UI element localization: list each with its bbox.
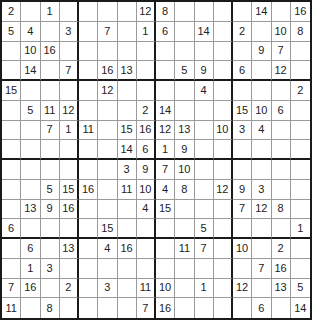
cell-r6c15[interactable]: 6 [272,101,291,121]
cell-r11c12[interactable] [214,200,233,220]
cell-r9c13[interactable] [233,160,252,180]
cell-r7c6[interactable] [98,121,117,141]
cell-r13c7[interactable]: 16 [118,239,137,259]
cell-r9c4[interactable] [60,160,79,180]
cell-r2c8[interactable]: 1 [137,22,156,42]
cell-r2c11[interactable]: 14 [195,22,214,42]
cell-r9c3[interactable] [41,160,60,180]
cell-r12c7[interactable] [118,219,137,239]
cell-r10c11[interactable] [195,180,214,200]
cell-r10c2[interactable] [21,180,40,200]
cell-r7c10[interactable]: 13 [175,121,194,141]
cell-r16c2[interactable] [21,298,40,318]
cell-r5c10[interactable] [175,81,194,101]
cell-r11c3[interactable]: 9 [41,200,60,220]
cell-r13c10[interactable]: 11 [175,239,194,259]
cell-r13c2[interactable]: 6 [21,239,40,259]
cell-r16c16[interactable]: 14 [291,298,310,318]
cell-r15c1[interactable]: 7 [2,279,21,299]
cell-r12c1[interactable]: 6 [2,219,21,239]
cell-r8c1[interactable] [2,140,21,160]
cell-r11c10[interactable] [175,200,194,220]
cell-r1c15[interactable] [272,2,291,22]
cell-r7c1[interactable] [2,121,21,141]
cell-r13c8[interactable] [137,239,156,259]
cell-r4c7[interactable]: 13 [118,61,137,81]
cell-r14c7[interactable] [118,259,137,279]
cell-r15c13[interactable]: 12 [233,279,252,299]
cell-r6c12[interactable] [214,101,233,121]
cell-r2c10[interactable] [175,22,194,42]
cell-r2c2[interactable]: 4 [21,22,40,42]
cell-r6c4[interactable]: 12 [60,101,79,121]
cell-r5c14[interactable] [252,81,271,101]
cell-r14c9[interactable] [156,259,175,279]
cell-r10c14[interactable]: 3 [252,180,271,200]
cell-r12c10[interactable] [175,219,194,239]
cell-r3c11[interactable] [195,42,214,62]
cell-r2c15[interactable]: 10 [272,22,291,42]
cell-r14c15[interactable]: 16 [272,259,291,279]
cell-r4c10[interactable]: 5 [175,61,194,81]
cell-r4c15[interactable]: 12 [272,61,291,81]
cell-r3c1[interactable] [2,42,21,62]
cell-r7c5[interactable]: 11 [79,121,98,141]
cell-r6c2[interactable]: 5 [21,101,40,121]
cell-r13c15[interactable]: 2 [272,239,291,259]
cell-r9c1[interactable] [2,160,21,180]
cell-r14c6[interactable] [98,259,117,279]
cell-r13c12[interactable] [214,239,233,259]
cell-r16c6[interactable] [98,298,117,318]
cell-r1c10[interactable] [175,2,194,22]
cell-r11c11[interactable] [195,200,214,220]
cell-r11c4[interactable]: 16 [60,200,79,220]
cell-r5c7[interactable] [118,81,137,101]
cell-r6c14[interactable]: 10 [252,101,271,121]
cell-r6c11[interactable] [195,101,214,121]
cell-r4c4[interactable]: 7 [60,61,79,81]
cell-r8c16[interactable] [291,140,310,160]
cell-r11c2[interactable]: 13 [21,200,40,220]
cell-r9c7[interactable]: 3 [118,160,137,180]
cell-r1c13[interactable] [233,2,252,22]
sudoku-board: 2112814165437161421081016971471613596121… [0,0,312,320]
cell-r9c8[interactable]: 9 [137,160,156,180]
cell-r13c11[interactable]: 7 [195,239,214,259]
cell-r2c1[interactable]: 5 [2,22,21,42]
cell-r10c16[interactable] [291,180,310,200]
cell-r14c3[interactable]: 3 [41,259,60,279]
cell-r3c2[interactable]: 10 [21,42,40,62]
cell-r3c5[interactable] [79,42,98,62]
cell-r1c14[interactable]: 14 [252,2,271,22]
cell-r16c12[interactable] [214,298,233,318]
cell-r16c14[interactable]: 6 [252,298,271,318]
cell-r8c11[interactable] [195,140,214,160]
cell-r3c13[interactable] [233,42,252,62]
cell-r15c15[interactable]: 13 [272,279,291,299]
cell-r4c5[interactable] [79,61,98,81]
cell-r7c13[interactable]: 3 [233,121,252,141]
cell-r7c9[interactable]: 12 [156,121,175,141]
cell-r15c8[interactable]: 11 [137,279,156,299]
cell-r1c12[interactable] [214,2,233,22]
cell-r4c1[interactable] [2,61,21,81]
cell-r16c1[interactable]: 11 [2,298,21,318]
cell-r14c8[interactable] [137,259,156,279]
cell-r10c9[interactable]: 4 [156,180,175,200]
cell-r3c7[interactable] [118,42,137,62]
cell-r8c12[interactable] [214,140,233,160]
cell-r6c8[interactable]: 2 [137,101,156,121]
cell-r14c4[interactable] [60,259,79,279]
cell-r15c5[interactable] [79,279,98,299]
cell-r2c12[interactable] [214,22,233,42]
cell-r8c7[interactable]: 14 [118,140,137,160]
cell-r12c12[interactable] [214,219,233,239]
cell-r16c7[interactable] [118,298,137,318]
cell-r3c15[interactable]: 7 [272,42,291,62]
cell-r11c16[interactable] [291,200,310,220]
cell-r8c13[interactable] [233,140,252,160]
cell-r16c3[interactable]: 8 [41,298,60,318]
cell-r8c2[interactable] [21,140,40,160]
cell-r7c3[interactable]: 7 [41,121,60,141]
cell-r6c3[interactable]: 11 [41,101,60,121]
cell-r7c12[interactable]: 10 [214,121,233,141]
cell-r7c11[interactable] [195,121,214,141]
cell-r16c10[interactable] [175,298,194,318]
cell-r8c3[interactable] [41,140,60,160]
cell-r10c4[interactable]: 15 [60,180,79,200]
cell-r1c9[interactable]: 8 [156,2,175,22]
cell-r13c4[interactable]: 13 [60,239,79,259]
cell-r16c8[interactable]: 7 [137,298,156,318]
cell-r3c12[interactable] [214,42,233,62]
cell-r1c7[interactable] [118,2,137,22]
cell-r3c4[interactable] [60,42,79,62]
cell-r10c12[interactable]: 12 [214,180,233,200]
cell-r8c8[interactable]: 6 [137,140,156,160]
cell-r15c2[interactable]: 16 [21,279,40,299]
cell-r5c15[interactable] [272,81,291,101]
cell-r9c11[interactable] [195,160,214,180]
cell-r2c9[interactable]: 6 [156,22,175,42]
cell-r6c13[interactable]: 15 [233,101,252,121]
cell-r10c3[interactable]: 5 [41,180,60,200]
cell-r11c1[interactable] [2,200,21,220]
cell-r10c8[interactable]: 10 [137,180,156,200]
cell-r16c15[interactable] [272,298,291,318]
cell-r10c1[interactable] [2,180,21,200]
cell-r10c7[interactable]: 11 [118,180,137,200]
cell-r4c11[interactable]: 9 [195,61,214,81]
cell-r16c5[interactable] [79,298,98,318]
cell-r13c14[interactable] [252,239,271,259]
cell-r15c14[interactable] [252,279,271,299]
cell-r2c14[interactable] [252,22,271,42]
cell-r11c13[interactable]: 7 [233,200,252,220]
cell-r13c1[interactable] [2,239,21,259]
cell-r1c16[interactable]: 16 [291,2,310,22]
cell-r4c12[interactable] [214,61,233,81]
cell-r8c6[interactable] [98,140,117,160]
cell-r12c13[interactable] [233,219,252,239]
cell-r1c4[interactable] [60,2,79,22]
cell-r1c11[interactable] [195,2,214,22]
cell-r3c6[interactable] [98,42,117,62]
cell-r12c15[interactable] [272,219,291,239]
cell-r5c13[interactable] [233,81,252,101]
cell-r15c7[interactable] [118,279,137,299]
cell-r9c5[interactable] [79,160,98,180]
cell-r6c16[interactable] [291,101,310,121]
cell-r9c9[interactable]: 7 [156,160,175,180]
cell-r10c13[interactable]: 9 [233,180,252,200]
cell-r15c3[interactable] [41,279,60,299]
cell-r12c16[interactable]: 1 [291,219,310,239]
cell-r9c2[interactable] [21,160,40,180]
cell-r11c6[interactable] [98,200,117,220]
cell-r4c13[interactable]: 6 [233,61,252,81]
cell-r4c14[interactable] [252,61,271,81]
cell-r1c1[interactable]: 2 [2,2,21,22]
cell-r11c7[interactable] [118,200,137,220]
cell-r14c14[interactable]: 7 [252,259,271,279]
cell-r3c16[interactable] [291,42,310,62]
cell-r4c16[interactable] [291,61,310,81]
cell-r15c6[interactable]: 3 [98,279,117,299]
cell-r11c9[interactable]: 15 [156,200,175,220]
cell-r6c9[interactable]: 14 [156,101,175,121]
cell-r3c8[interactable] [137,42,156,62]
cell-r1c5[interactable] [79,2,98,22]
cell-r3c9[interactable] [156,42,175,62]
cell-r5c2[interactable] [21,81,40,101]
cell-r10c15[interactable] [272,180,291,200]
cell-r5c1[interactable]: 15 [2,81,21,101]
cell-r14c1[interactable] [2,259,21,279]
cell-r4c2[interactable]: 14 [21,61,40,81]
cell-r5c3[interactable] [41,81,60,101]
cell-r9c12[interactable] [214,160,233,180]
cell-r15c11[interactable]: 1 [195,279,214,299]
cell-r5c4[interactable] [60,81,79,101]
cell-r8c15[interactable] [272,140,291,160]
cell-r9c6[interactable] [98,160,117,180]
cell-r7c14[interactable]: 4 [252,121,271,141]
cell-r11c5[interactable] [79,200,98,220]
cell-r12c4[interactable] [60,219,79,239]
cell-r15c9[interactable]: 10 [156,279,175,299]
cell-r15c4[interactable]: 2 [60,279,79,299]
cell-r14c2[interactable]: 1 [21,259,40,279]
cell-r1c8[interactable]: 12 [137,2,156,22]
cell-r14c16[interactable] [291,259,310,279]
cell-r16c4[interactable] [60,298,79,318]
cell-r10c10[interactable]: 8 [175,180,194,200]
cell-r5c5[interactable] [79,81,98,101]
cell-r15c12[interactable] [214,279,233,299]
cell-r13c5[interactable] [79,239,98,259]
cell-r12c5[interactable] [79,219,98,239]
cell-r13c3[interactable] [41,239,60,259]
cell-r9c10[interactable]: 10 [175,160,194,180]
cell-r3c14[interactable]: 9 [252,42,271,62]
cell-r8c4[interactable] [60,140,79,160]
cell-r10c5[interactable]: 16 [79,180,98,200]
cell-r13c16[interactable] [291,239,310,259]
cell-r12c14[interactable] [252,219,271,239]
cell-r4c8[interactable] [137,61,156,81]
cell-r12c3[interactable] [41,219,60,239]
cell-r11c15[interactable]: 8 [272,200,291,220]
cell-r2c13[interactable]: 2 [233,22,252,42]
cell-r10c6[interactable] [98,180,117,200]
cell-r3c3[interactable]: 16 [41,42,60,62]
cell-r6c10[interactable] [175,101,194,121]
cell-r12c6[interactable]: 15 [98,219,117,239]
cell-r7c15[interactable] [272,121,291,141]
cell-r2c3[interactable] [41,22,60,42]
cell-r5c12[interactable] [214,81,233,101]
cell-r15c16[interactable]: 5 [291,279,310,299]
cell-r15c10[interactable] [175,279,194,299]
cell-r13c13[interactable]: 10 [233,239,252,259]
cell-r5c16[interactable]: 2 [291,81,310,101]
cell-r4c6[interactable]: 16 [98,61,117,81]
cell-r2c4[interactable]: 3 [60,22,79,42]
cell-r8c14[interactable] [252,140,271,160]
cell-r11c14[interactable]: 12 [252,200,271,220]
cell-r12c9[interactable] [156,219,175,239]
cell-r5c9[interactable] [156,81,175,101]
cell-r8c9[interactable]: 1 [156,140,175,160]
cell-r2c6[interactable]: 7 [98,22,117,42]
cell-r16c13[interactable] [233,298,252,318]
cell-r7c8[interactable]: 16 [137,121,156,141]
cell-r7c16[interactable] [291,121,310,141]
cell-r9c15[interactable] [272,160,291,180]
cell-r1c2[interactable] [21,2,40,22]
cell-r12c8[interactable] [137,219,156,239]
cell-r6c5[interactable] [79,101,98,121]
cell-r12c11[interactable]: 5 [195,219,214,239]
cell-r2c16[interactable]: 8 [291,22,310,42]
cell-r2c5[interactable] [79,22,98,42]
cell-r8c5[interactable] [79,140,98,160]
cell-r3c10[interactable] [175,42,194,62]
cell-r12c2[interactable] [21,219,40,239]
cell-r6c7[interactable] [118,101,137,121]
cell-r1c6[interactable] [98,2,117,22]
cell-r16c9[interactable]: 16 [156,298,175,318]
cell-r14c13[interactable] [233,259,252,279]
cell-r7c7[interactable]: 15 [118,121,137,141]
cell-r14c10[interactable] [175,259,194,279]
cell-r16c11[interactable] [195,298,214,318]
cell-r6c6[interactable] [98,101,117,121]
cell-r7c2[interactable] [21,121,40,141]
cell-r5c6[interactable]: 12 [98,81,117,101]
cell-r5c11[interactable]: 4 [195,81,214,101]
cell-r9c16[interactable] [291,160,310,180]
cell-r13c6[interactable]: 4 [98,239,117,259]
cell-r2c7[interactable] [118,22,137,42]
cell-r14c12[interactable] [214,259,233,279]
cell-r14c5[interactable] [79,259,98,279]
cell-r13c9[interactable] [156,239,175,259]
cell-r1c3[interactable]: 1 [41,2,60,22]
cell-r14c11[interactable] [195,259,214,279]
cell-r4c3[interactable] [41,61,60,81]
cell-r9c14[interactable] [252,160,271,180]
cell-r11c8[interactable]: 4 [137,200,156,220]
cell-r6c1[interactable] [2,101,21,121]
cell-r7c4[interactable]: 1 [60,121,79,141]
cell-r4c9[interactable] [156,61,175,81]
cell-r5c8[interactable] [137,81,156,101]
cell-r8c10[interactable]: 9 [175,140,194,160]
